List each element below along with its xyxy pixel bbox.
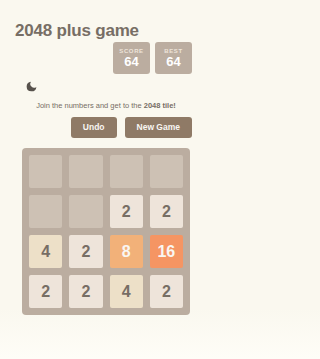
tagline-goal: 2048 tile! <box>144 101 176 110</box>
scoreboard: SCORE 64 BEST 64 <box>113 42 192 74</box>
tile-2: 2 <box>69 235 102 268</box>
best-value: 64 <box>155 55 192 69</box>
tile-16: 16 <box>150 235 183 268</box>
empty-cell <box>69 155 102 188</box>
toolbar: Undo New Game <box>71 117 192 138</box>
undo-button[interactable]: Undo <box>71 117 117 138</box>
page-title: 2048 plus game <box>15 21 139 41</box>
empty-cell <box>29 195 62 228</box>
empty-cell <box>69 195 102 228</box>
tagline-text: Join the numbers and get to the <box>36 101 144 110</box>
tile-2: 2 <box>150 275 183 308</box>
tile-2: 2 <box>150 195 183 228</box>
tile-2: 2 <box>69 275 102 308</box>
tagline: Join the numbers and get to the 2048 til… <box>0 101 212 110</box>
moon-icon <box>25 80 39 93</box>
game-page: 2048 plus game SCORE 64 BEST 64 Join the… <box>0 0 212 359</box>
best-box: BEST 64 <box>155 42 192 74</box>
board-grid[interactable]: 22428162242 <box>22 148 190 315</box>
score-value: 64 <box>113 55 150 69</box>
tile-8: 8 <box>110 235 143 268</box>
tile-4: 4 <box>29 235 62 268</box>
empty-cell <box>150 155 183 188</box>
dark-mode-toggle[interactable] <box>25 79 39 93</box>
new-game-button[interactable]: New Game <box>125 117 192 138</box>
tile-4: 4 <box>110 275 143 308</box>
empty-cell <box>110 155 143 188</box>
empty-cell <box>29 155 62 188</box>
score-box: SCORE 64 <box>113 42 150 74</box>
tile-2: 2 <box>110 195 143 228</box>
tile-2: 2 <box>29 275 62 308</box>
